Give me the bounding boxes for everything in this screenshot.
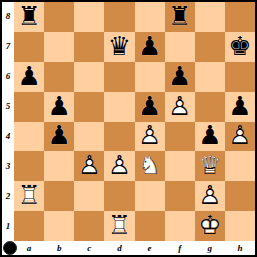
square-f1[interactable] <box>165 211 195 241</box>
piece-white-queen[interactable]: ♛♕ <box>195 151 225 181</box>
file-label-d: d <box>104 241 134 255</box>
square-d2[interactable] <box>104 181 134 211</box>
square-c7[interactable] <box>74 32 104 62</box>
rank-label-6: 6 <box>2 62 14 92</box>
rook-glyph: ♜ <box>14 3 44 29</box>
square-f5[interactable]: ♟♙ <box>165 92 195 122</box>
king-glyph-outline: ♔ <box>195 212 225 238</box>
rank-label-7: 7 <box>2 32 14 62</box>
square-a4[interactable] <box>14 122 44 152</box>
pawn-glyph: ♟ <box>225 93 255 119</box>
rook-glyph: ♜ <box>165 3 195 29</box>
square-e7[interactable]: ♟ <box>135 32 165 62</box>
square-a7[interactable] <box>14 32 44 62</box>
square-g5[interactable] <box>195 92 225 122</box>
piece-black-pawn[interactable]: ♟ <box>44 92 74 122</box>
square-d8[interactable] <box>104 2 134 32</box>
rook-glyph-outline: ♖ <box>14 182 44 208</box>
rank-label-2: 2 <box>2 181 14 211</box>
side-to-move-indicator <box>3 241 17 255</box>
square-b4[interactable]: ♟ <box>44 122 74 152</box>
file-label-a: a <box>14 241 44 255</box>
square-a1[interactable] <box>14 211 44 241</box>
square-e3[interactable]: ♞♘ <box>135 151 165 181</box>
piece-white-pawn[interactable]: ♟♙ <box>165 92 195 122</box>
queen-glyph: ♛ <box>104 33 134 59</box>
pawn-glyph-outline: ♙ <box>195 182 225 208</box>
square-b3[interactable] <box>44 151 74 181</box>
square-a8[interactable]: ♜ <box>14 2 44 32</box>
square-h2[interactable] <box>225 181 255 211</box>
square-f4[interactable] <box>165 122 195 152</box>
square-g8[interactable] <box>195 2 225 32</box>
square-c1[interactable] <box>74 211 104 241</box>
square-b1[interactable] <box>44 211 74 241</box>
piece-white-knight[interactable]: ♞♘ <box>135 151 165 181</box>
square-h3[interactable] <box>225 151 255 181</box>
piece-black-queen[interactable]: ♛ <box>104 32 134 62</box>
knight-glyph-outline: ♘ <box>135 152 165 178</box>
pawn-glyph: ♟ <box>195 122 225 148</box>
square-c2[interactable] <box>74 181 104 211</box>
square-h7[interactable]: ♚ <box>225 32 255 62</box>
pawn-glyph-outline: ♙ <box>74 152 104 178</box>
rank-label-1: 1 <box>2 211 14 241</box>
square-a2[interactable]: ♜♖ <box>14 181 44 211</box>
square-b2[interactable] <box>44 181 74 211</box>
piece-black-rook[interactable]: ♜ <box>14 2 44 32</box>
pawn-glyph-outline: ♙ <box>225 122 255 148</box>
square-c4[interactable] <box>74 122 104 152</box>
chess-diagram: 87654321 ♜♜♛♟♚♟♟♟♟♟♙♟♟♟♙♟♟♙♟♙♟♙♞♘♛♕♜♖♟♙♜… <box>0 0 257 257</box>
square-d3[interactable]: ♟♙ <box>104 151 134 181</box>
rank-label-5: 5 <box>2 92 14 122</box>
square-e1[interactable] <box>135 211 165 241</box>
rook-glyph-outline: ♖ <box>104 212 134 238</box>
square-e8[interactable] <box>135 2 165 32</box>
piece-white-pawn[interactable]: ♟♙ <box>104 151 134 181</box>
piece-black-pawn[interactable]: ♟ <box>135 92 165 122</box>
square-f3[interactable] <box>165 151 195 181</box>
pawn-glyph-outline: ♙ <box>165 93 195 119</box>
square-e5[interactable]: ♟ <box>135 92 165 122</box>
side-to-move-corner <box>2 241 14 255</box>
file-label-g: g <box>195 241 225 255</box>
rank-label-3: 3 <box>2 151 14 181</box>
square-b6[interactable] <box>44 62 74 92</box>
square-d7[interactable]: ♛ <box>104 32 134 62</box>
square-d6[interactable] <box>104 62 134 92</box>
square-g2[interactable]: ♟♙ <box>195 181 225 211</box>
queen-glyph-outline: ♕ <box>195 152 225 178</box>
square-c6[interactable] <box>74 62 104 92</box>
pawn-glyph-outline: ♙ <box>104 152 134 178</box>
piece-black-pawn[interactable]: ♟ <box>44 122 74 152</box>
piece-black-pawn[interactable]: ♟ <box>14 62 44 92</box>
square-h4[interactable]: ♟♙ <box>225 122 255 152</box>
square-e6[interactable] <box>135 62 165 92</box>
pawn-glyph: ♟ <box>165 63 195 89</box>
square-f8[interactable]: ♜ <box>165 2 195 32</box>
square-e2[interactable] <box>135 181 165 211</box>
file-label-c: c <box>74 241 104 255</box>
square-h8[interactable] <box>225 2 255 32</box>
file-labels: abcdefgh <box>14 241 255 255</box>
file-label-f: f <box>165 241 195 255</box>
square-d1[interactable]: ♜♖ <box>104 211 134 241</box>
pawn-glyph: ♟ <box>135 93 165 119</box>
piece-white-pawn[interactable]: ♟♙ <box>195 181 225 211</box>
rank-label-8: 8 <box>2 2 14 32</box>
square-b7[interactable] <box>44 32 74 62</box>
square-a6[interactable]: ♟ <box>14 62 44 92</box>
square-g1[interactable]: ♚♔ <box>195 211 225 241</box>
pawn-glyph: ♟ <box>14 63 44 89</box>
piece-white-rook[interactable]: ♜♖ <box>104 211 134 241</box>
piece-black-rook[interactable]: ♜ <box>165 2 195 32</box>
diagram-inner: 87654321 ♜♜♛♟♚♟♟♟♟♟♙♟♟♟♙♟♟♙♟♙♟♙♞♘♛♕♜♖♟♙♜… <box>2 2 255 255</box>
square-g6[interactable] <box>195 62 225 92</box>
square-c5[interactable] <box>74 92 104 122</box>
piece-black-pawn[interactable]: ♟ <box>135 32 165 62</box>
piece-black-king[interactable]: ♚ <box>225 32 255 62</box>
chess-board[interactable]: ♜♜♛♟♚♟♟♟♟♟♙♟♟♟♙♟♟♙♟♙♟♙♞♘♛♕♜♖♟♙♜♖♚♔ <box>14 2 255 241</box>
square-c8[interactable] <box>74 2 104 32</box>
piece-black-pawn[interactable]: ♟ <box>165 62 195 92</box>
square-a3[interactable] <box>14 151 44 181</box>
square-e4[interactable]: ♟♙ <box>135 122 165 152</box>
square-f2[interactable] <box>165 181 195 211</box>
square-g3[interactable]: ♛♕ <box>195 151 225 181</box>
rank-labels: 87654321 <box>2 2 14 241</box>
square-g4[interactable]: ♟ <box>195 122 225 152</box>
piece-white-pawn[interactable]: ♟♙ <box>135 122 165 152</box>
pawn-glyph: ♟ <box>135 33 165 59</box>
piece-white-pawn[interactable]: ♟♙ <box>225 122 255 152</box>
square-g7[interactable] <box>195 32 225 62</box>
pawn-glyph: ♟ <box>44 122 74 148</box>
square-f6[interactable]: ♟ <box>165 62 195 92</box>
square-c3[interactable]: ♟♙ <box>74 151 104 181</box>
piece-white-king[interactable]: ♚♔ <box>195 211 225 241</box>
rank-label-4: 4 <box>2 122 14 152</box>
pawn-glyph-outline: ♙ <box>135 122 165 148</box>
square-f7[interactable] <box>165 32 195 62</box>
pawn-glyph: ♟ <box>44 93 74 119</box>
square-d5[interactable] <box>104 92 134 122</box>
square-b8[interactable] <box>44 2 74 32</box>
square-a5[interactable] <box>14 92 44 122</box>
piece-black-pawn[interactable]: ♟ <box>225 92 255 122</box>
piece-white-pawn[interactable]: ♟♙ <box>74 151 104 181</box>
file-label-b: b <box>44 241 74 255</box>
square-h5[interactable]: ♟ <box>225 92 255 122</box>
king-glyph: ♚ <box>225 33 255 59</box>
piece-white-rook[interactable]: ♜♖ <box>14 181 44 211</box>
square-b5[interactable]: ♟ <box>44 92 74 122</box>
piece-black-pawn[interactable]: ♟ <box>195 122 225 152</box>
file-label-h: h <box>225 241 255 255</box>
square-d4[interactable] <box>104 122 134 152</box>
file-label-e: e <box>135 241 165 255</box>
square-h1[interactable] <box>225 211 255 241</box>
square-h6[interactable] <box>225 62 255 92</box>
